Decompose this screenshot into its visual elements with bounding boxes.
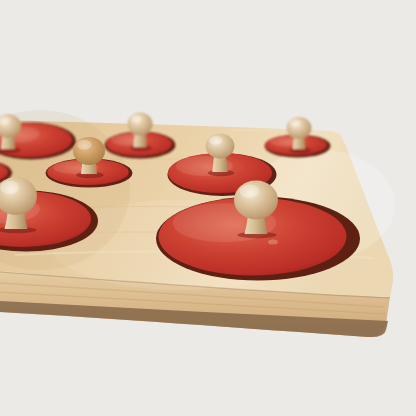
scene	[0, 0, 416, 416]
disc-scuff-mark	[268, 240, 278, 245]
knob-highlight	[209, 136, 222, 145]
knob-highlight	[131, 115, 142, 123]
photo-canvas	[0, 0, 416, 416]
knob-highlight	[240, 184, 260, 198]
knob-highlight	[0, 181, 19, 194]
knob-highlight	[290, 119, 301, 127]
puzzle-board	[0, 110, 395, 337]
knob-highlight	[77, 140, 91, 150]
